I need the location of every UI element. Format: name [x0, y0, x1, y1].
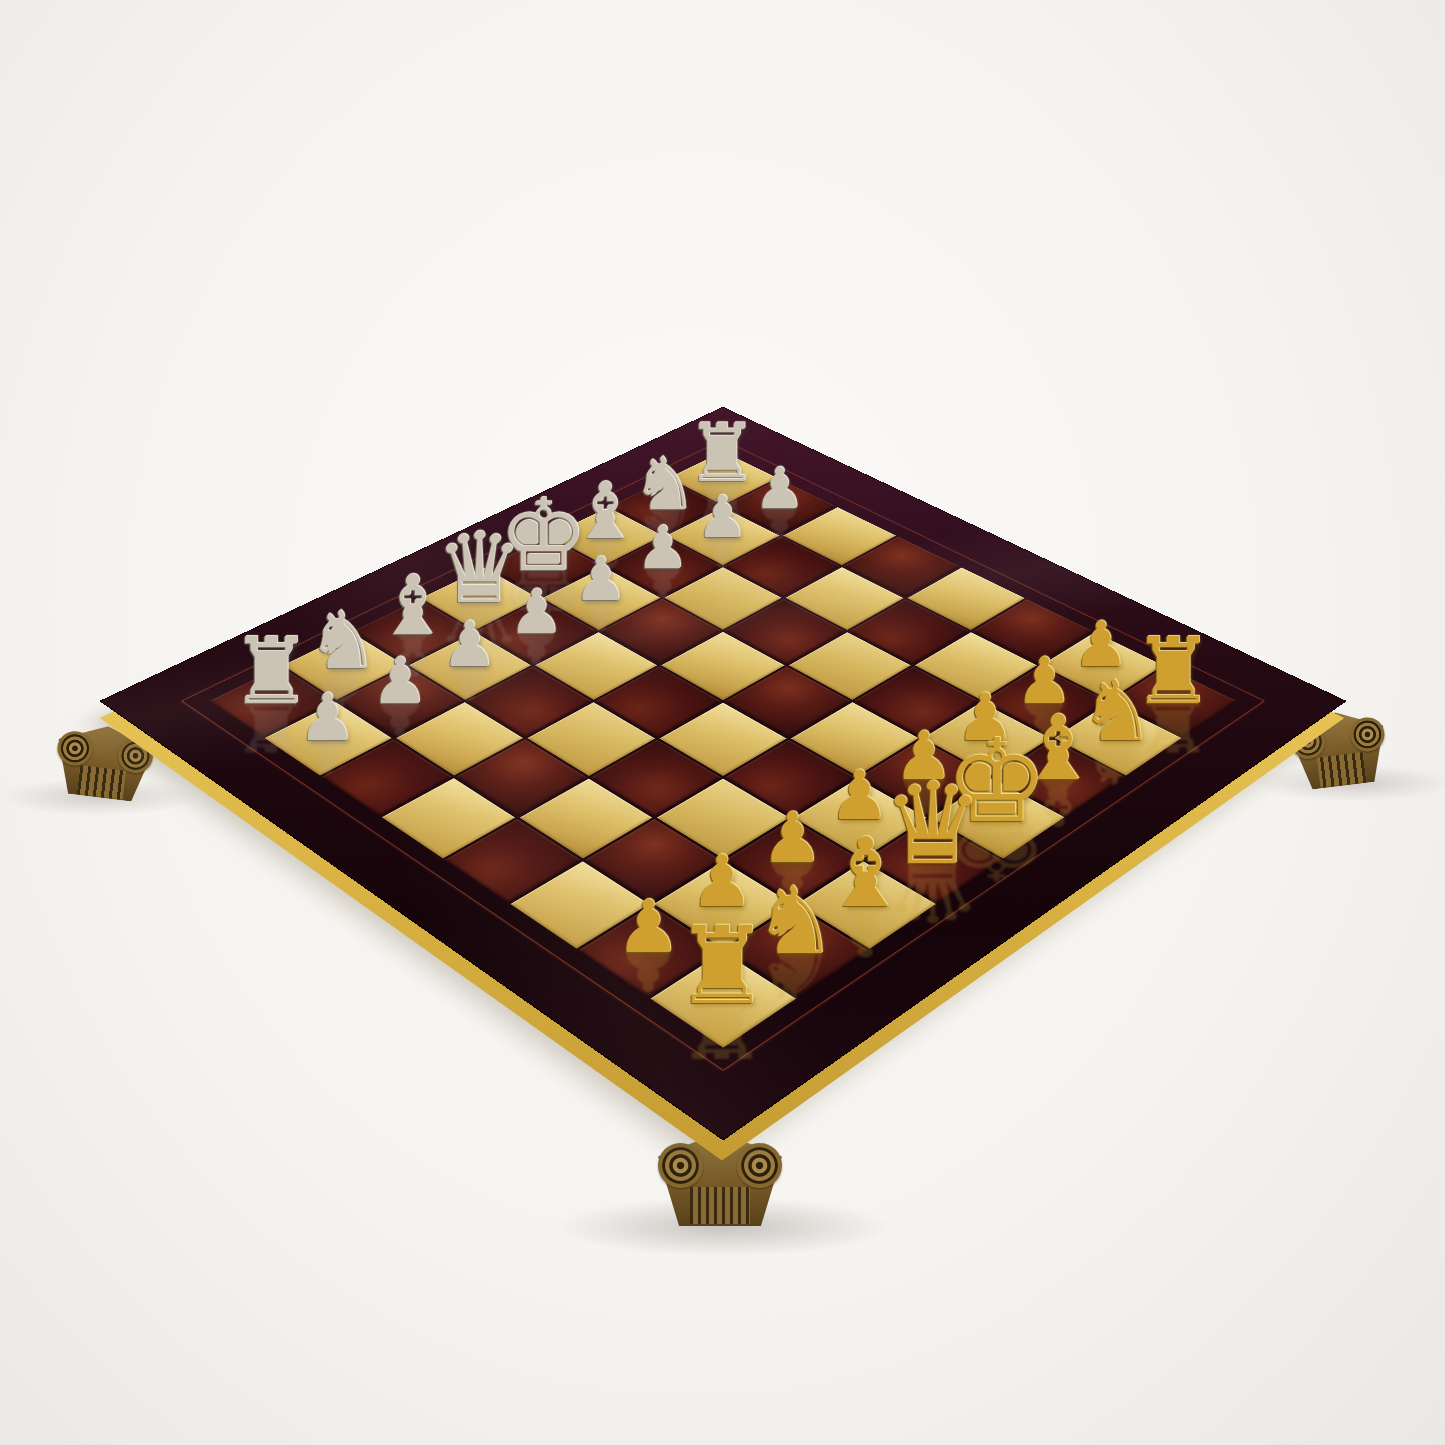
photo-scene: ♜♜♟♟♞♞♟♟♝♝♟♟♚♚♟♟♛♛♟♟♝♝♟♟♟♟♞♞♜♜♟♟♟♟♜♜♞♞♟♟… [0, 0, 1445, 1445]
board-3d-wrapper [0, 0, 1445, 1445]
piece-white-pawn-a2[interactable]: ♟ [247, 685, 407, 750]
piece-black-rook-a8[interactable]: ♜ [642, 912, 802, 1019]
